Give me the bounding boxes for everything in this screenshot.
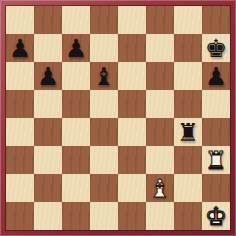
square-d8[interactable] [90, 6, 118, 34]
square-a3[interactable] [6, 146, 34, 174]
black-bishop: ♝ [93, 64, 115, 89]
square-c3[interactable] [62, 146, 90, 174]
square-a4[interactable] [6, 118, 34, 146]
chess-board-frame: ♟♟♚♟♝♟♜♜♝♚ [0, 0, 236, 236]
square-h7[interactable]: ♚ [202, 34, 230, 62]
square-c1[interactable] [62, 202, 90, 230]
square-c2[interactable] [62, 174, 90, 202]
square-a2[interactable] [6, 174, 34, 202]
square-b2[interactable] [34, 174, 62, 202]
square-e6[interactable] [118, 62, 146, 90]
square-g3[interactable] [174, 146, 202, 174]
chess-board: ♟♟♚♟♝♟♜♜♝♚ [6, 6, 230, 230]
square-b5[interactable] [34, 90, 62, 118]
square-f2[interactable]: ♝ [146, 174, 174, 202]
square-e3[interactable] [118, 146, 146, 174]
black-pawn: ♟ [37, 64, 59, 89]
square-c6[interactable] [62, 62, 90, 90]
square-b6[interactable]: ♟ [34, 62, 62, 90]
square-g1[interactable] [174, 202, 202, 230]
square-b7[interactable] [34, 34, 62, 62]
square-b4[interactable] [34, 118, 62, 146]
square-h3[interactable]: ♜ [202, 146, 230, 174]
square-f7[interactable] [146, 34, 174, 62]
square-d4[interactable] [90, 118, 118, 146]
square-c7[interactable]: ♟ [62, 34, 90, 62]
square-c5[interactable] [62, 90, 90, 118]
square-f1[interactable] [146, 202, 174, 230]
square-c8[interactable] [62, 6, 90, 34]
square-c4[interactable] [62, 118, 90, 146]
square-e1[interactable] [118, 202, 146, 230]
square-f4[interactable] [146, 118, 174, 146]
black-pawn: ♟ [9, 36, 31, 61]
square-a5[interactable] [6, 90, 34, 118]
square-g8[interactable] [174, 6, 202, 34]
square-h8[interactable] [202, 6, 230, 34]
square-d6[interactable]: ♝ [90, 62, 118, 90]
white-rook: ♜ [205, 148, 227, 173]
square-f6[interactable] [146, 62, 174, 90]
square-d2[interactable] [90, 174, 118, 202]
square-b8[interactable] [34, 6, 62, 34]
black-pawn: ♟ [65, 36, 87, 61]
square-g7[interactable] [174, 34, 202, 62]
square-a7[interactable]: ♟ [6, 34, 34, 62]
white-bishop: ♝ [149, 176, 171, 201]
square-g2[interactable] [174, 174, 202, 202]
square-e2[interactable] [118, 174, 146, 202]
square-d1[interactable] [90, 202, 118, 230]
square-f8[interactable] [146, 6, 174, 34]
square-e7[interactable] [118, 34, 146, 62]
square-h4[interactable] [202, 118, 230, 146]
square-f5[interactable] [146, 90, 174, 118]
square-a1[interactable] [6, 202, 34, 230]
square-d3[interactable] [90, 146, 118, 174]
square-f3[interactable] [146, 146, 174, 174]
square-d5[interactable] [90, 90, 118, 118]
square-e4[interactable] [118, 118, 146, 146]
square-b1[interactable] [34, 202, 62, 230]
square-g6[interactable] [174, 62, 202, 90]
square-a6[interactable] [6, 62, 34, 90]
square-e5[interactable] [118, 90, 146, 118]
square-h6[interactable]: ♟ [202, 62, 230, 90]
black-king: ♚ [205, 36, 227, 61]
black-pawn: ♟ [205, 64, 227, 89]
square-h2[interactable] [202, 174, 230, 202]
square-a8[interactable] [6, 6, 34, 34]
square-h1[interactable]: ♚ [202, 202, 230, 230]
square-g4[interactable]: ♜ [174, 118, 202, 146]
square-h5[interactable] [202, 90, 230, 118]
square-e8[interactable] [118, 6, 146, 34]
black-rook: ♜ [177, 120, 199, 145]
square-b3[interactable] [34, 146, 62, 174]
square-g5[interactable] [174, 90, 202, 118]
square-d7[interactable] [90, 34, 118, 62]
white-king: ♚ [205, 204, 227, 229]
